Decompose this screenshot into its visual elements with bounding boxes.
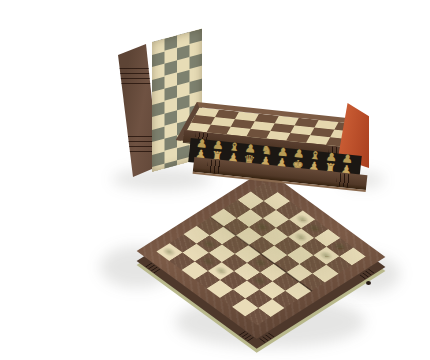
light-bishop-piece: ♝ (293, 225, 307, 240)
product-photo-chess-set: ♚♛♟♝♟♞♟♞♝♛♟♟ ♟♟♝♟♞♟♟♝♟♟ ♟♜♟♛♟♟♚♟♜♟ (0, 0, 430, 360)
square-r7c4 (207, 280, 233, 298)
square-r7c2 (182, 261, 208, 279)
dark-pawn-piece: ♟ (213, 259, 226, 274)
tray-groove-lines (336, 173, 351, 187)
dark-pawn-piece: ♟ (161, 239, 175, 255)
tray-groove-lines (207, 159, 222, 173)
light-pawn-piece: ♟ (320, 247, 330, 259)
dark-bishop-piece: ♝ (250, 265, 267, 284)
light-queen-piece: ♛ (306, 215, 320, 231)
light-knight-piece: ♞ (254, 215, 268, 230)
board-clasp-dot (366, 281, 371, 285)
